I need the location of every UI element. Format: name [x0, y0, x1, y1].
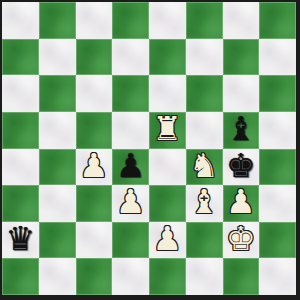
square-b1[interactable] [39, 258, 76, 295]
black-queen[interactable]: ♛ [6, 222, 36, 257]
square-c4[interactable]: ♟ [76, 149, 113, 186]
white-pawn[interactable]: ♟ [153, 222, 183, 257]
square-h2[interactable] [259, 222, 296, 259]
square-c6[interactable] [76, 75, 113, 112]
square-d1[interactable] [112, 258, 149, 295]
white-rook[interactable]: ♜ [153, 112, 183, 147]
square-h3[interactable] [259, 185, 296, 222]
square-a3[interactable] [2, 185, 39, 222]
square-a6[interactable] [2, 75, 39, 112]
square-e5[interactable]: ♜ [149, 112, 186, 149]
square-g2[interactable]: ♚ [223, 222, 260, 259]
square-g4[interactable]: ♚ [223, 149, 260, 186]
square-f2[interactable] [186, 222, 223, 259]
square-b7[interactable] [39, 39, 76, 76]
square-h7[interactable] [259, 39, 296, 76]
square-f8[interactable] [186, 2, 223, 39]
white-knight[interactable]: ♞ [189, 149, 219, 184]
square-c5[interactable] [76, 112, 113, 149]
square-e8[interactable] [149, 2, 186, 39]
white-pawn[interactable]: ♟ [226, 185, 256, 220]
square-f5[interactable] [186, 112, 223, 149]
square-a2[interactable]: ♛ [2, 222, 39, 259]
black-king[interactable]: ♚ [226, 149, 256, 184]
square-d3[interactable]: ♟ [112, 185, 149, 222]
square-f7[interactable] [186, 39, 223, 76]
square-g1[interactable] [223, 258, 260, 295]
square-c3[interactable] [76, 185, 113, 222]
square-d2[interactable] [112, 222, 149, 259]
square-e4[interactable] [149, 149, 186, 186]
square-e3[interactable] [149, 185, 186, 222]
square-f4[interactable]: ♞ [186, 149, 223, 186]
square-h5[interactable] [259, 112, 296, 149]
square-a7[interactable] [2, 39, 39, 76]
square-b4[interactable] [39, 149, 76, 186]
square-a5[interactable] [2, 112, 39, 149]
black-bishop[interactable]: ♝ [226, 112, 256, 147]
white-pawn[interactable]: ♟ [116, 185, 146, 220]
white-pawn[interactable]: ♟ [79, 149, 109, 184]
square-e6[interactable] [149, 75, 186, 112]
square-b8[interactable] [39, 2, 76, 39]
square-d5[interactable] [112, 112, 149, 149]
white-bishop[interactable]: ♝ [189, 185, 219, 220]
square-a8[interactable] [2, 2, 39, 39]
square-g6[interactable] [223, 75, 260, 112]
square-e2[interactable]: ♟ [149, 222, 186, 259]
square-e7[interactable] [149, 39, 186, 76]
square-c1[interactable] [76, 258, 113, 295]
square-a1[interactable] [2, 258, 39, 295]
square-h4[interactable] [259, 149, 296, 186]
black-pawn[interactable]: ♟ [116, 149, 146, 184]
square-d6[interactable] [112, 75, 149, 112]
square-e1[interactable] [149, 258, 186, 295]
square-b3[interactable] [39, 185, 76, 222]
square-g8[interactable] [223, 2, 260, 39]
square-h1[interactable] [259, 258, 296, 295]
chess-board-frame: ♜♝♟♟♞♚♟♝♟♛♟♚ [0, 0, 300, 300]
square-b6[interactable] [39, 75, 76, 112]
square-b2[interactable] [39, 222, 76, 259]
square-h6[interactable] [259, 75, 296, 112]
square-a4[interactable] [2, 149, 39, 186]
square-c8[interactable] [76, 2, 113, 39]
square-c7[interactable] [76, 39, 113, 76]
square-f3[interactable]: ♝ [186, 185, 223, 222]
square-g5[interactable]: ♝ [223, 112, 260, 149]
square-f1[interactable] [186, 258, 223, 295]
square-b5[interactable] [39, 112, 76, 149]
square-d4[interactable]: ♟ [112, 149, 149, 186]
white-king[interactable]: ♚ [226, 222, 256, 257]
chess-board: ♜♝♟♟♞♚♟♝♟♛♟♚ [2, 2, 296, 295]
square-g7[interactable] [223, 39, 260, 76]
square-h8[interactable] [259, 2, 296, 39]
square-d8[interactable] [112, 2, 149, 39]
square-f6[interactable] [186, 75, 223, 112]
square-g3[interactable]: ♟ [223, 185, 260, 222]
square-d7[interactable] [112, 39, 149, 76]
square-c2[interactable] [76, 222, 113, 259]
